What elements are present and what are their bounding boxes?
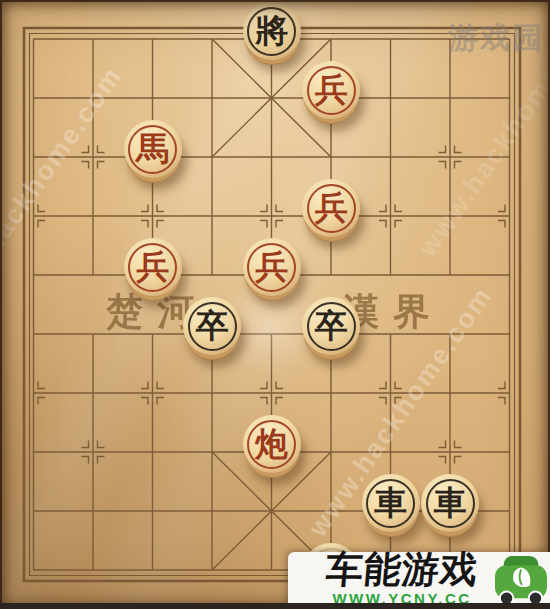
piece-red-horse[interactable]: 馬 (124, 120, 182, 178)
piece-red-soldier-1[interactable]: 兵 (302, 61, 360, 119)
piece-character: 卒 (196, 309, 229, 342)
piece-character: 兵 (315, 191, 348, 224)
piece-character: 兵 (255, 250, 288, 283)
piece-black-chariot-1[interactable]: 車 (362, 474, 420, 532)
piece-black-general[interactable]: 將 (243, 2, 301, 60)
piece-character: 兵 (315, 73, 348, 106)
xiangqi-board-screenshot: 楚河 漢界 將兵馬兵兵兵卒卒炮車車 www.hackhome.com www.h… (0, 0, 550, 609)
piece-character: 馬 (136, 132, 169, 165)
piece-character: 將 (255, 14, 288, 47)
piece-layer: 將兵馬兵兵兵卒卒炮車車 (4, 10, 540, 600)
piece-red-soldier-3[interactable]: 兵 (124, 238, 182, 296)
piece-character: 車 (434, 486, 467, 519)
piece-character: 兵 (136, 250, 169, 283)
piece-character: 炮 (255, 427, 288, 460)
piece-black-soldier-1[interactable]: 卒 (183, 297, 241, 355)
logo-title: 车能游戏 (294, 550, 509, 589)
piece-character: 卒 (315, 309, 348, 342)
piece-black-chariot-2[interactable]: 車 (421, 474, 479, 532)
piece-red-cannon[interactable]: 炮 (243, 415, 301, 473)
piece-red-soldier-4[interactable]: 兵 (243, 238, 301, 296)
piece-black-soldier-2[interactable]: 卒 (302, 297, 360, 355)
green-car-leaf-icon (492, 554, 550, 606)
piece-red-soldier-2[interactable]: 兵 (302, 179, 360, 237)
piece-character: 車 (374, 486, 407, 519)
site-logo-banner: 车能游戏 WWW.YCNY.CC (288, 552, 550, 609)
photo-bottom-edge (0, 603, 550, 609)
